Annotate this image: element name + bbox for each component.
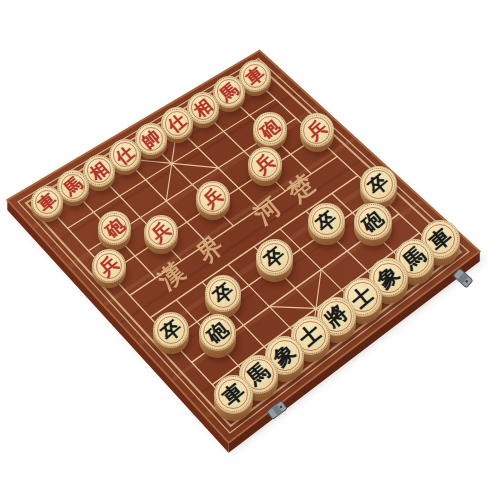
piece-face: 兵 bbox=[196, 181, 230, 215]
piece-red-cannon[interactable]: 砲 bbox=[253, 112, 287, 146]
piece-black-soldier[interactable]: 卒 bbox=[308, 203, 345, 240]
pieces-layer: 車馬相仕砲兵帥仕兵相馬卒兵車卒砲砲兵車卒馬兵象卒士將卒砲士象馬車 bbox=[0, 0, 500, 500]
piece-face: 砲 bbox=[199, 314, 236, 351]
piece-face: 卒 bbox=[308, 203, 345, 240]
piece-face: 兵 bbox=[144, 215, 178, 249]
piece-black-soldier[interactable]: 卒 bbox=[205, 275, 242, 312]
piece-red-soldier[interactable]: 兵 bbox=[196, 181, 230, 215]
piece-character: 砲 bbox=[347, 195, 400, 248]
piece-red-cannon[interactable]: 砲 bbox=[98, 211, 132, 245]
piece-red-chariot[interactable]: 車 bbox=[31, 186, 63, 218]
piece-character: 卒 bbox=[301, 195, 353, 247]
piece-black-soldier[interactable]: 卒 bbox=[153, 312, 190, 349]
piece-character: 兵 bbox=[137, 208, 185, 256]
piece-character: 車 bbox=[206, 367, 261, 422]
piece-black-soldier[interactable]: 卒 bbox=[256, 239, 293, 276]
piece-face: 砲 bbox=[354, 203, 391, 240]
piece-red-soldier[interactable]: 兵 bbox=[92, 249, 126, 283]
piece-character: 兵 bbox=[189, 174, 237, 222]
piece-black-soldier[interactable]: 卒 bbox=[360, 166, 397, 203]
xiangqi-set-product-photo: 楚河漢界 車馬相仕砲兵帥仕兵相馬卒兵車卒砲砲兵車卒馬兵象卒士將卒砲士象馬車 bbox=[0, 0, 500, 500]
piece-character: 車 bbox=[24, 179, 69, 224]
piece-face: 卒 bbox=[256, 239, 293, 276]
piece-face: 車 bbox=[31, 186, 63, 218]
piece-face: 兵 bbox=[300, 113, 334, 147]
piece-character: 砲 bbox=[191, 306, 244, 359]
piece-red-soldier[interactable]: 兵 bbox=[144, 215, 178, 249]
piece-red-soldier[interactable]: 兵 bbox=[248, 147, 282, 181]
piece-character: 卒 bbox=[145, 304, 197, 356]
piece-red-soldier[interactable]: 兵 bbox=[300, 113, 334, 147]
piece-character: 兵 bbox=[292, 106, 340, 154]
piece-face: 卒 bbox=[205, 275, 242, 312]
piece-black-chariot[interactable]: 車 bbox=[214, 375, 253, 414]
piece-black-cannon[interactable]: 砲 bbox=[354, 203, 391, 240]
piece-face: 卒 bbox=[360, 166, 397, 203]
piece-face: 砲 bbox=[253, 112, 287, 146]
piece-character: 兵 bbox=[85, 242, 133, 290]
piece-character: 兵 bbox=[241, 140, 289, 188]
piece-face: 砲 bbox=[98, 211, 132, 245]
piece-face: 兵 bbox=[92, 249, 126, 283]
piece-face: 車 bbox=[214, 375, 253, 414]
piece-face: 卒 bbox=[153, 312, 190, 349]
piece-face: 兵 bbox=[248, 147, 282, 181]
piece-black-cannon[interactable]: 砲 bbox=[199, 314, 236, 351]
piece-character: 卒 bbox=[249, 232, 301, 284]
